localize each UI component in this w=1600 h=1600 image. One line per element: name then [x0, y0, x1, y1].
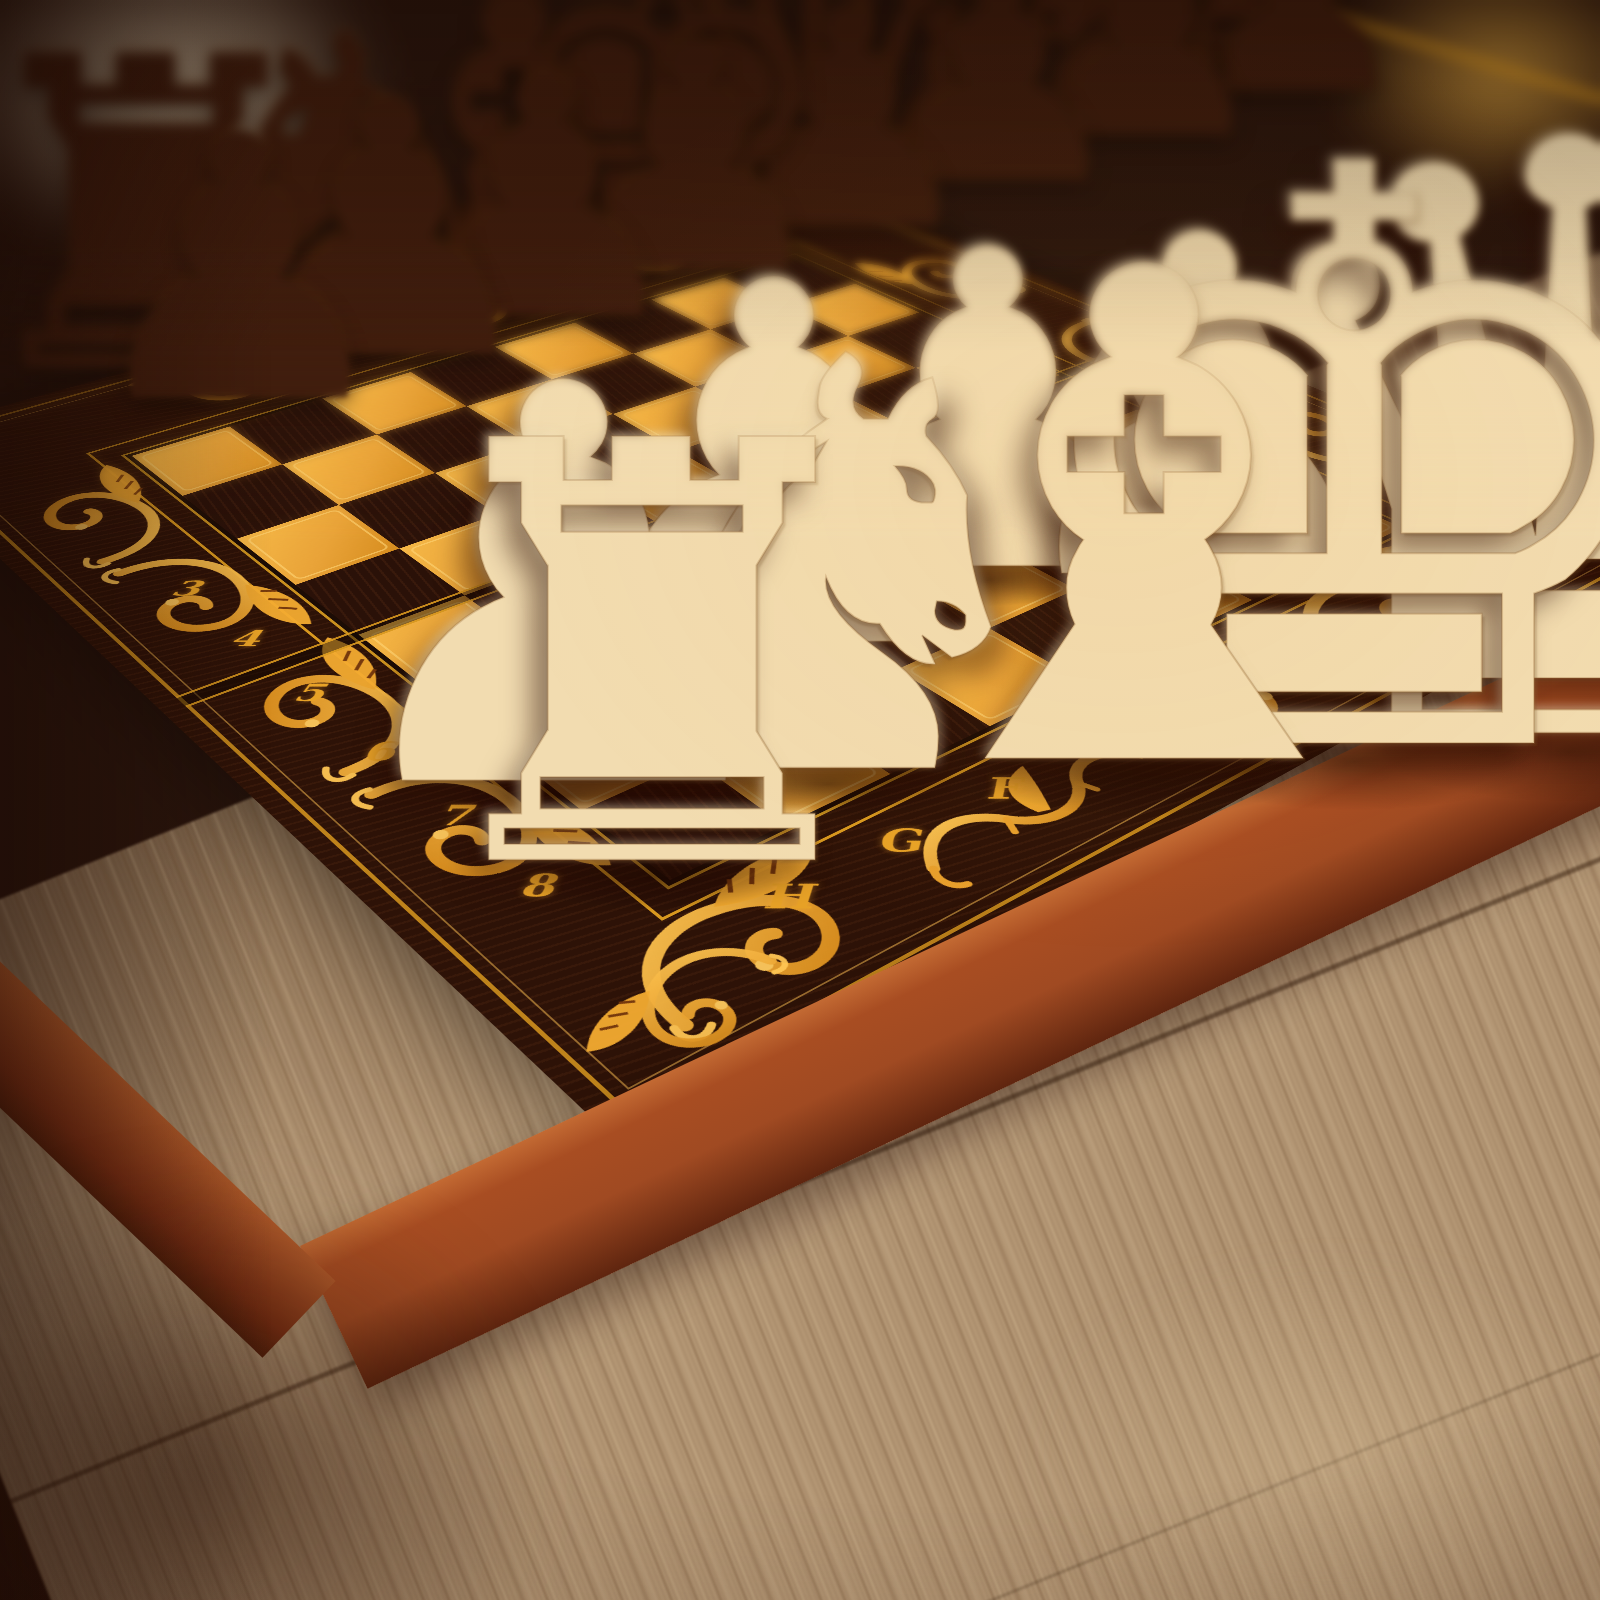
chess-photo-scene: 345678HGFE ♜♟♞♟♝♟♛♟♚♟♝♟♞♟♜♟♟♟♟♛♚♝♞♟♜ [0, 0, 1600, 1600]
shadow-corner [0, 1160, 560, 1600]
white-rook-h8[interactable]: ♜ [392, 369, 912, 949]
table-highlight [1020, 1260, 1600, 1600]
